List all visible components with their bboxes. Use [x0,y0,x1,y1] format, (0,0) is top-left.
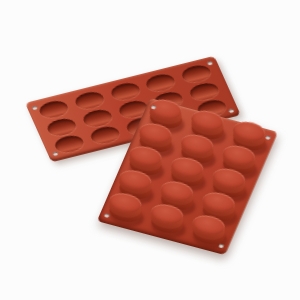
mold-cavity [108,81,142,103]
mold-cavity [80,107,114,129]
corner-hole [31,105,38,110]
corner-hole [104,213,110,218]
product-photo [0,0,300,300]
mold-cavity [45,116,79,138]
corner-hole [265,135,271,140]
mold-cavity [37,98,71,120]
mold-cavity [144,72,178,94]
mold-cavity [187,80,221,102]
corner-hole [207,61,214,66]
corner-hole [228,108,235,113]
mold-cavity [72,90,106,112]
corner-hole [52,151,59,156]
mold-cavity [179,63,213,85]
mold-cavity [88,124,122,146]
